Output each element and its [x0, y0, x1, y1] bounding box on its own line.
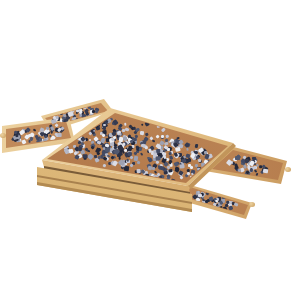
- puzzle-piece: [179, 164, 184, 169]
- puzzle-piece: [208, 196, 213, 201]
- puzzle-piece: [198, 194, 202, 197]
- puzzle-piece: [186, 148, 189, 151]
- puzzle-table-photo: [0, 0, 300, 300]
- puzzle-piece: [75, 127, 79, 131]
- puzzle-piece: [124, 123, 126, 126]
- puzzle-piece: [145, 132, 149, 136]
- puzzle-piece: [145, 146, 148, 149]
- puzzle-piece: [156, 134, 160, 138]
- puzzle-piece: [134, 156, 139, 161]
- puzzle-piece: [80, 123, 84, 126]
- puzzle-piece: [58, 133, 62, 137]
- puzzle-piece: [152, 166, 155, 170]
- puzzle-piece: [35, 136, 39, 140]
- puzzle-piece: [187, 171, 190, 174]
- puzzle-piece: [103, 164, 106, 167]
- puzzle-piece: [133, 151, 137, 155]
- puzzle-piece: [263, 168, 268, 173]
- puzzle-piece: [151, 140, 154, 143]
- puzzle-piece: [161, 135, 164, 138]
- puzzle-piece: [175, 147, 181, 152]
- puzzle-piece: [140, 123, 143, 126]
- puzzle-piece: [76, 127, 79, 131]
- drawer-knob-icon: [249, 202, 255, 207]
- puzzle-piece: [140, 153, 144, 157]
- puzzle-piece: [103, 126, 106, 130]
- puzzle-piece: [147, 165, 151, 169]
- drawer-knob-icon: [0, 133, 6, 138]
- puzzle-piece: [205, 199, 208, 203]
- puzzle-piece: [140, 131, 144, 135]
- puzzle-piece: [189, 165, 193, 169]
- puzzle-piece: [103, 124, 106, 127]
- puzzle-piece: [194, 143, 198, 147]
- puzzle-piece: [256, 172, 259, 175]
- puzzle-piece: [133, 126, 136, 129]
- puzzle-piece: [157, 148, 161, 152]
- puzzle-piece: [89, 132, 93, 136]
- puzzle-piece: [229, 205, 234, 210]
- puzzle-piece: [119, 132, 122, 135]
- puzzle-piece: [235, 156, 240, 160]
- piece-cluster-board: [0, 0, 300, 300]
- puzzle-piece: [56, 115, 59, 119]
- puzzle-piece: [141, 143, 145, 147]
- puzzle-piece: [128, 151, 133, 156]
- puzzle-piece: [125, 127, 129, 131]
- drawer-knob-icon: [285, 167, 291, 172]
- puzzle-piece: [33, 129, 36, 132]
- puzzle-piece: [233, 202, 238, 207]
- puzzle-piece: [129, 163, 134, 167]
- puzzle-piece: [137, 161, 141, 165]
- puzzle-piece: [97, 147, 101, 151]
- puzzle-piece: [166, 134, 169, 138]
- puzzle-piece: [73, 130, 77, 134]
- puzzle-piece: [158, 165, 163, 170]
- puzzle-piece: [237, 168, 241, 172]
- puzzle-piece: [22, 139, 27, 144]
